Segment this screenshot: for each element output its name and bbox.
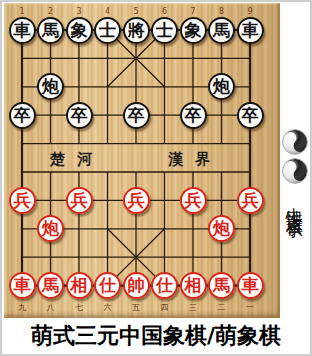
river-band: 楚河 漢界 — [4, 150, 280, 168]
side-panel: 中性太玄棋子 — [280, 3, 310, 319]
yinyang-stone-icon — [281, 157, 309, 185]
piece-rP[interactable]: 兵 — [123, 187, 150, 214]
file-label-bottom: 一 — [240, 304, 260, 312]
piece-rK[interactable]: 帥 — [123, 272, 150, 299]
piece-rP[interactable]: 兵 — [180, 187, 207, 214]
river-right-text: 漢界 — [168, 150, 222, 169]
piece-bN[interactable]: 馬 — [208, 17, 235, 44]
piece-bB[interactable]: 象 — [66, 17, 93, 44]
piece-rA[interactable]: 仕 — [94, 272, 121, 299]
xiangqi-board: 123456789 九八七六五四三二一 楚河 漢界 車馬象士將士象馬車炮炮卒卒卒… — [4, 3, 280, 318]
piece-rR[interactable]: 車 — [9, 272, 36, 299]
file-label-top: 7 — [183, 8, 203, 16]
file-label-bottom: 八 — [41, 304, 61, 312]
file-label-bottom: 三 — [183, 304, 203, 312]
side-panel-text: 中性太玄棋子 — [280, 194, 310, 212]
piece-rA[interactable]: 仕 — [151, 272, 178, 299]
piece-rR[interactable]: 車 — [237, 272, 264, 299]
file-label-top: 8 — [212, 8, 232, 16]
file-label-bottom: 二 — [212, 304, 232, 312]
river-left-text: 楚河 — [50, 150, 104, 169]
piece-bB[interactable]: 象 — [180, 17, 207, 44]
piece-rB[interactable]: 相 — [180, 272, 207, 299]
file-label-bottom: 九 — [12, 304, 32, 312]
file-label-bottom: 七 — [69, 304, 89, 312]
caption: 萌式三元中国象棋/萌象棋 — [2, 318, 310, 354]
piece-bP[interactable]: 卒 — [9, 102, 36, 129]
piece-bP[interactable]: 卒 — [237, 102, 264, 129]
piece-bR[interactable]: 車 — [237, 17, 264, 44]
piece-bA[interactable]: 士 — [151, 17, 178, 44]
piece-bR[interactable]: 車 — [9, 17, 36, 44]
file-label-top: 6 — [155, 8, 175, 16]
file-label-top: 9 — [240, 8, 260, 16]
yinyang-stone-icon — [281, 128, 309, 156]
piece-rB[interactable]: 相 — [66, 272, 93, 299]
file-label-top: 5 — [126, 8, 146, 16]
file-label-top: 3 — [69, 8, 89, 16]
piece-bA[interactable]: 士 — [94, 17, 121, 44]
screenshot-root: 123456789 九八七六五四三二一 楚河 漢界 車馬象士將士象馬車炮炮卒卒卒… — [0, 0, 312, 356]
file-label-bottom: 五 — [126, 304, 146, 312]
file-label-bottom: 四 — [155, 304, 175, 312]
piece-rN[interactable]: 馬 — [37, 272, 64, 299]
piece-rP[interactable]: 兵 — [66, 187, 93, 214]
file-label-bottom: 六 — [98, 304, 118, 312]
piece-rN[interactable]: 馬 — [208, 272, 235, 299]
piece-bP[interactable]: 卒 — [66, 102, 93, 129]
piece-rP[interactable]: 兵 — [9, 187, 36, 214]
piece-rP[interactable]: 兵 — [237, 187, 264, 214]
piece-bK[interactable]: 將 — [123, 17, 150, 44]
piece-bP[interactable]: 卒 — [180, 102, 207, 129]
file-label-top: 2 — [41, 8, 61, 16]
file-label-top: 1 — [12, 8, 32, 16]
piece-bP[interactable]: 卒 — [123, 102, 150, 129]
file-label-top: 4 — [98, 8, 118, 16]
piece-bN[interactable]: 馬 — [37, 17, 64, 44]
